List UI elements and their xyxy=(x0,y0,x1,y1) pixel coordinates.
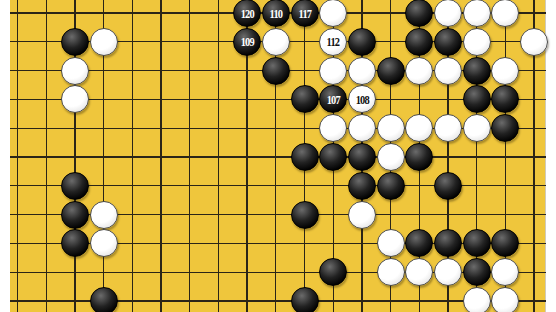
move-number-label: 117 xyxy=(298,7,311,20)
black-stone xyxy=(463,85,491,113)
black-stone-move-110: 110 xyxy=(262,0,290,27)
white-stone xyxy=(405,114,433,142)
white-stone xyxy=(463,28,491,56)
white-stone xyxy=(319,114,347,142)
black-stone xyxy=(377,57,405,85)
black-stone-move-117: 117 xyxy=(291,0,319,27)
move-number-label: 107 xyxy=(327,93,340,106)
grid-line-horizontal xyxy=(10,185,546,186)
white-stone xyxy=(377,143,405,171)
black-stone xyxy=(319,143,347,171)
white-stone xyxy=(491,258,519,286)
black-stone xyxy=(434,229,462,257)
move-number-label: 109 xyxy=(240,35,253,48)
move-number-label: 120 xyxy=(240,7,253,20)
white-stone xyxy=(319,57,347,85)
white-stone xyxy=(434,0,462,27)
white-stone xyxy=(491,287,519,312)
black-stone xyxy=(61,201,89,229)
black-stone xyxy=(291,85,319,113)
black-stone xyxy=(61,229,89,257)
black-stone xyxy=(348,143,376,171)
black-stone xyxy=(291,143,319,171)
white-stone xyxy=(434,258,462,286)
black-stone xyxy=(434,172,462,200)
black-stone-move-107: 107 xyxy=(319,85,347,113)
black-stone xyxy=(491,229,519,257)
black-stone xyxy=(463,229,491,257)
white-stone xyxy=(61,85,89,113)
grid-line-horizontal xyxy=(10,156,546,157)
black-stone xyxy=(463,258,491,286)
black-stone xyxy=(434,28,462,56)
black-stone xyxy=(463,57,491,85)
white-stone xyxy=(377,229,405,257)
black-stone xyxy=(291,201,319,229)
black-stone-move-109: 109 xyxy=(233,28,261,56)
white-stone xyxy=(319,0,347,27)
white-stone xyxy=(520,28,548,56)
black-stone xyxy=(405,0,433,27)
white-stone xyxy=(90,201,118,229)
black-stone xyxy=(61,28,89,56)
black-stone xyxy=(405,229,433,257)
black-stone xyxy=(405,28,433,56)
white-stone xyxy=(434,57,462,85)
white-stone xyxy=(434,114,462,142)
black-stone xyxy=(348,172,376,200)
white-stone-move-108: 108 xyxy=(348,85,376,113)
go-board: 120110117109112107108 xyxy=(10,0,546,312)
white-stone xyxy=(463,114,491,142)
white-stone xyxy=(491,57,519,85)
move-number-label: 110 xyxy=(269,7,282,20)
white-stone xyxy=(405,57,433,85)
black-stone xyxy=(377,172,405,200)
white-stone xyxy=(463,287,491,312)
black-stone xyxy=(348,28,376,56)
move-number-label: 112 xyxy=(327,35,340,48)
black-stone xyxy=(61,172,89,200)
black-stone xyxy=(491,85,519,113)
white-stone xyxy=(90,229,118,257)
white-stone xyxy=(348,201,376,229)
white-stone-move-112: 112 xyxy=(319,28,347,56)
black-stone xyxy=(291,287,319,312)
black-stone xyxy=(491,114,519,142)
white-stone xyxy=(348,114,376,142)
black-stone xyxy=(90,287,118,312)
move-number-label: 108 xyxy=(355,93,368,106)
white-stone xyxy=(405,258,433,286)
black-stone xyxy=(405,143,433,171)
white-stone xyxy=(491,0,519,27)
white-stone xyxy=(61,57,89,85)
black-stone-move-120: 120 xyxy=(233,0,261,27)
white-stone xyxy=(377,114,405,142)
white-stone xyxy=(348,57,376,85)
white-stone xyxy=(377,258,405,286)
white-stone xyxy=(262,28,290,56)
go-board-diagram: 120110117109112107108 xyxy=(0,0,556,312)
white-stone xyxy=(463,0,491,27)
black-stone xyxy=(319,258,347,286)
white-stone xyxy=(90,28,118,56)
black-stone xyxy=(262,57,290,85)
